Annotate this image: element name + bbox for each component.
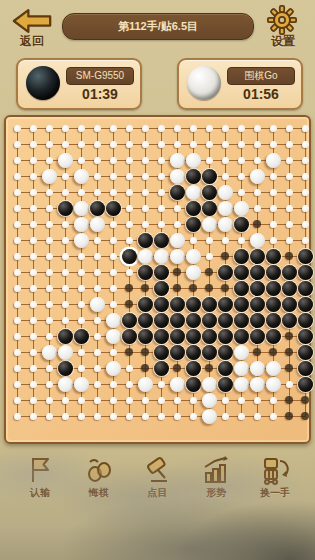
empty-point-black-bead[interactable]: [285, 412, 293, 420]
empty-point-black-bead[interactable]: [141, 348, 149, 356]
analysis-button[interactable]: 形势: [188, 455, 244, 505]
white-stone[interactable]: [42, 345, 57, 360]
empty-point-black-bead[interactable]: [285, 252, 293, 260]
empty-point-white-bead[interactable]: [142, 205, 149, 212]
empty-point-white-bead[interactable]: [94, 285, 101, 292]
black-stone[interactable]: [170, 329, 185, 344]
empty-point-white-bead[interactable]: [126, 205, 133, 212]
empty-point-white-bead[interactable]: [14, 205, 21, 212]
empty-point-white-bead[interactable]: [46, 253, 53, 260]
black-stone[interactable]: [234, 217, 249, 232]
empty-point-black-bead[interactable]: [141, 284, 149, 292]
empty-point-white-bead[interactable]: [254, 397, 261, 404]
black-stone[interactable]: [298, 297, 313, 312]
empty-point-black-bead[interactable]: [285, 396, 293, 404]
empty-point-white-bead[interactable]: [78, 253, 85, 260]
empty-point-white-bead[interactable]: [206, 125, 213, 132]
go-board[interactable]: [4, 115, 311, 444]
white-stone[interactable]: [90, 217, 105, 232]
empty-point-white-bead[interactable]: [206, 237, 213, 244]
empty-point-white-bead[interactable]: [110, 157, 117, 164]
empty-point-white-bead[interactable]: [286, 173, 293, 180]
empty-point-black-bead[interactable]: [173, 268, 181, 276]
empty-point-white-bead[interactable]: [158, 173, 165, 180]
white-stone[interactable]: [202, 393, 217, 408]
white-stone[interactable]: [138, 377, 153, 392]
empty-point-white-bead[interactable]: [286, 141, 293, 148]
empty-point-white-bead[interactable]: [254, 125, 261, 132]
black-stone[interactable]: [58, 361, 73, 376]
empty-point-white-bead[interactable]: [94, 349, 101, 356]
empty-point-white-bead[interactable]: [14, 317, 21, 324]
empty-point-white-bead[interactable]: [94, 173, 101, 180]
empty-point-white-bead[interactable]: [238, 157, 245, 164]
black-stone[interactable]: [154, 265, 169, 280]
black-stone[interactable]: [250, 281, 265, 296]
empty-point-black-bead[interactable]: [173, 284, 181, 292]
black-stone[interactable]: [202, 345, 217, 360]
empty-point-white-bead[interactable]: [46, 141, 53, 148]
white-stone[interactable]: [266, 377, 281, 392]
black-stone[interactable]: [186, 217, 201, 232]
empty-point-white-bead[interactable]: [286, 221, 293, 228]
empty-point-black-bead[interactable]: [205, 364, 213, 372]
black-stone[interactable]: [234, 249, 249, 264]
empty-point-white-bead[interactable]: [158, 189, 165, 196]
empty-point-white-bead[interactable]: [78, 317, 85, 324]
empty-point-black-bead[interactable]: [221, 284, 229, 292]
empty-point-white-bead[interactable]: [222, 397, 229, 404]
empty-point-white-bead[interactable]: [270, 397, 277, 404]
black-stone[interactable]: [186, 297, 201, 312]
empty-point-white-bead[interactable]: [158, 397, 165, 404]
black-stone[interactable]: [282, 265, 297, 280]
empty-point-white-bead[interactable]: [302, 189, 309, 196]
empty-point-white-bead[interactable]: [110, 253, 117, 260]
empty-point-white-bead[interactable]: [126, 189, 133, 196]
empty-point-white-bead[interactable]: [110, 381, 117, 388]
empty-point-white-bead[interactable]: [270, 173, 277, 180]
empty-point-white-bead[interactable]: [286, 189, 293, 196]
empty-point-white-bead[interactable]: [254, 157, 261, 164]
empty-point-black-bead[interactable]: [205, 268, 213, 276]
empty-point-white-bead[interactable]: [94, 365, 101, 372]
black-stone[interactable]: [218, 297, 233, 312]
empty-point-white-bead[interactable]: [30, 269, 37, 276]
white-stone[interactable]: [186, 153, 201, 168]
white-stone[interactable]: [170, 233, 185, 248]
empty-point-white-bead[interactable]: [46, 365, 53, 372]
empty-point-white-bead[interactable]: [126, 221, 133, 228]
white-stone[interactable]: [250, 361, 265, 376]
white-stone[interactable]: [250, 377, 265, 392]
empty-point-white-bead[interactable]: [238, 397, 245, 404]
white-stone[interactable]: [58, 377, 73, 392]
empty-point-white-bead[interactable]: [238, 189, 245, 196]
white-stone[interactable]: [74, 201, 89, 216]
white-stone[interactable]: [106, 361, 121, 376]
black-stone[interactable]: [250, 265, 265, 280]
empty-point-white-bead[interactable]: [14, 413, 21, 420]
black-stone[interactable]: [186, 169, 201, 184]
empty-point-white-bead[interactable]: [78, 189, 85, 196]
empty-point-white-bead[interactable]: [302, 125, 309, 132]
undo-button[interactable]: 悔棋: [71, 455, 127, 505]
black-stone[interactable]: [266, 281, 281, 296]
empty-point-white-bead[interactable]: [78, 125, 85, 132]
empty-point-white-bead[interactable]: [142, 221, 149, 228]
empty-point-white-bead[interactable]: [174, 221, 181, 228]
empty-point-white-bead[interactable]: [62, 397, 69, 404]
empty-point-white-bead[interactable]: [110, 269, 117, 276]
white-stone[interactable]: [90, 297, 105, 312]
resign-button[interactable]: 认输: [12, 455, 68, 505]
empty-point-white-bead[interactable]: [254, 413, 261, 420]
white-stone[interactable]: [58, 345, 73, 360]
white-stone[interactable]: [74, 233, 89, 248]
empty-point-white-bead[interactable]: [302, 205, 309, 212]
black-stone[interactable]: [154, 313, 169, 328]
empty-point-white-bead[interactable]: [158, 413, 165, 420]
empty-point-white-bead[interactable]: [238, 237, 245, 244]
empty-point-white-bead[interactable]: [62, 285, 69, 292]
empty-point-black-bead[interactable]: [253, 348, 261, 356]
black-stone[interactable]: [234, 265, 249, 280]
empty-point-white-bead[interactable]: [110, 413, 117, 420]
empty-point-white-bead[interactable]: [78, 285, 85, 292]
white-stone[interactable]: [154, 249, 169, 264]
empty-point-white-bead[interactable]: [94, 317, 101, 324]
empty-point-white-bead[interactable]: [46, 269, 53, 276]
empty-point-white-bead[interactable]: [126, 413, 133, 420]
empty-point-white-bead[interactable]: [94, 381, 101, 388]
empty-point-white-bead[interactable]: [14, 221, 21, 228]
empty-point-white-bead[interactable]: [190, 125, 197, 132]
empty-point-white-bead[interactable]: [158, 221, 165, 228]
empty-point-white-bead[interactable]: [286, 205, 293, 212]
empty-point-white-bead[interactable]: [78, 157, 85, 164]
black-stone[interactable]: [138, 297, 153, 312]
empty-point-white-bead[interactable]: [30, 285, 37, 292]
empty-point-white-bead[interactable]: [46, 301, 53, 308]
black-stone[interactable]: [186, 361, 201, 376]
empty-point-white-bead[interactable]: [30, 365, 37, 372]
black-stone[interactable]: [250, 329, 265, 344]
empty-point-white-bead[interactable]: [270, 125, 277, 132]
black-stone[interactable]: [202, 201, 217, 216]
black-stone-marked[interactable]: [122, 249, 137, 264]
black-stone[interactable]: [234, 313, 249, 328]
empty-point-white-bead[interactable]: [110, 173, 117, 180]
empty-point-white-bead[interactable]: [94, 333, 101, 340]
white-stone[interactable]: [266, 153, 281, 168]
empty-point-white-bead[interactable]: [78, 349, 85, 356]
empty-point-white-bead[interactable]: [158, 157, 165, 164]
empty-point-white-bead[interactable]: [14, 141, 21, 148]
black-stone[interactable]: [234, 329, 249, 344]
empty-point-white-bead[interactable]: [126, 141, 133, 148]
ai-move-button[interactable]: 换一手: [247, 455, 303, 505]
white-stone[interactable]: [202, 217, 217, 232]
empty-point-white-bead[interactable]: [110, 189, 117, 196]
black-stone[interactable]: [154, 361, 169, 376]
empty-point-white-bead[interactable]: [94, 157, 101, 164]
empty-point-white-bead[interactable]: [62, 141, 69, 148]
empty-point-white-bead[interactable]: [238, 125, 245, 132]
white-stone[interactable]: [186, 265, 201, 280]
empty-point-white-bead[interactable]: [286, 157, 293, 164]
white-stone[interactable]: [170, 153, 185, 168]
empty-point-white-bead[interactable]: [94, 269, 101, 276]
empty-point-white-bead[interactable]: [14, 397, 21, 404]
white-stone[interactable]: [106, 313, 121, 328]
empty-point-white-bead[interactable]: [158, 381, 165, 388]
white-stone[interactable]: [218, 201, 233, 216]
empty-point-white-bead[interactable]: [62, 413, 69, 420]
white-stone[interactable]: [74, 217, 89, 232]
empty-point-black-bead[interactable]: [125, 300, 133, 308]
black-stone[interactable]: [154, 345, 169, 360]
empty-point-black-bead[interactable]: [141, 364, 149, 372]
empty-point-black-bead[interactable]: [189, 284, 197, 292]
black-stone[interactable]: [282, 297, 297, 312]
black-stone[interactable]: [58, 329, 73, 344]
black-stone[interactable]: [170, 297, 185, 312]
white-stone[interactable]: [58, 153, 73, 168]
empty-point-white-bead[interactable]: [30, 205, 37, 212]
empty-point-white-bead[interactable]: [190, 397, 197, 404]
black-stone[interactable]: [154, 297, 169, 312]
black-stone[interactable]: [266, 265, 281, 280]
empty-point-white-bead[interactable]: [46, 285, 53, 292]
empty-point-white-bead[interactable]: [30, 381, 37, 388]
empty-point-white-bead[interactable]: [126, 237, 133, 244]
empty-point-white-bead[interactable]: [302, 141, 309, 148]
black-stone[interactable]: [282, 313, 297, 328]
black-stone[interactable]: [266, 313, 281, 328]
white-stone[interactable]: [202, 377, 217, 392]
empty-point-white-bead[interactable]: [30, 141, 37, 148]
empty-point-white-bead[interactable]: [174, 125, 181, 132]
black-stone[interactable]: [138, 265, 153, 280]
empty-point-white-bead[interactable]: [110, 141, 117, 148]
empty-point-white-bead[interactable]: [62, 253, 69, 260]
empty-point-white-bead[interactable]: [190, 237, 197, 244]
empty-point-white-bead[interactable]: [174, 397, 181, 404]
empty-point-black-bead[interactable]: [125, 348, 133, 356]
black-stone[interactable]: [122, 313, 137, 328]
empty-point-white-bead[interactable]: [62, 301, 69, 308]
empty-point-white-bead[interactable]: [14, 349, 21, 356]
black-stone[interactable]: [282, 281, 297, 296]
black-stone[interactable]: [218, 377, 233, 392]
empty-point-white-bead[interactable]: [30, 317, 37, 324]
white-stone[interactable]: [218, 217, 233, 232]
empty-point-white-bead[interactable]: [78, 269, 85, 276]
black-stone[interactable]: [298, 281, 313, 296]
empty-point-white-bead[interactable]: [286, 381, 293, 388]
empty-point-white-bead[interactable]: [30, 301, 37, 308]
empty-point-white-bead[interactable]: [206, 157, 213, 164]
black-stone[interactable]: [138, 233, 153, 248]
empty-point-black-bead[interactable]: [205, 284, 213, 292]
empty-point-white-bead[interactable]: [158, 125, 165, 132]
empty-point-white-bead[interactable]: [286, 125, 293, 132]
white-stone[interactable]: [218, 185, 233, 200]
empty-point-white-bead[interactable]: [142, 173, 149, 180]
empty-point-white-bead[interactable]: [62, 221, 69, 228]
empty-point-black-bead[interactable]: [285, 364, 293, 372]
empty-point-white-bead[interactable]: [30, 397, 37, 404]
black-stone[interactable]: [186, 345, 201, 360]
black-stone[interactable]: [218, 313, 233, 328]
empty-point-white-bead[interactable]: [14, 269, 21, 276]
white-stone[interactable]: [250, 233, 265, 248]
white-stone[interactable]: [234, 345, 249, 360]
empty-point-white-bead[interactable]: [270, 237, 277, 244]
empty-point-white-bead[interactable]: [30, 413, 37, 420]
empty-point-white-bead[interactable]: [46, 317, 53, 324]
empty-point-white-bead[interactable]: [174, 413, 181, 420]
empty-point-white-bead[interactable]: [30, 349, 37, 356]
empty-point-white-bead[interactable]: [110, 301, 117, 308]
empty-point-white-bead[interactable]: [222, 173, 229, 180]
empty-point-white-bead[interactable]: [94, 413, 101, 420]
black-stone[interactable]: [138, 329, 153, 344]
black-stone[interactable]: [202, 329, 217, 344]
black-stone[interactable]: [170, 345, 185, 360]
empty-point-white-bead[interactable]: [30, 173, 37, 180]
empty-point-white-bead[interactable]: [46, 381, 53, 388]
white-stone[interactable]: [250, 169, 265, 184]
empty-point-white-bead[interactable]: [14, 365, 21, 372]
empty-point-white-bead[interactable]: [270, 189, 277, 196]
black-stone[interactable]: [202, 313, 217, 328]
black-stone[interactable]: [234, 281, 249, 296]
empty-point-white-bead[interactable]: [14, 237, 21, 244]
empty-point-white-bead[interactable]: [94, 237, 101, 244]
empty-point-black-bead[interactable]: [285, 348, 293, 356]
empty-point-white-bead[interactable]: [110, 397, 117, 404]
empty-point-white-bead[interactable]: [222, 157, 229, 164]
empty-point-black-bead[interactable]: [269, 348, 277, 356]
black-stone[interactable]: [202, 185, 217, 200]
empty-point-white-bead[interactable]: [62, 237, 69, 244]
empty-point-white-bead[interactable]: [174, 205, 181, 212]
empty-point-white-bead[interactable]: [110, 349, 117, 356]
black-stone[interactable]: [170, 313, 185, 328]
empty-point-white-bead[interactable]: [142, 157, 149, 164]
empty-point-white-bead[interactable]: [62, 189, 69, 196]
black-stone[interactable]: [218, 361, 233, 376]
empty-point-white-bead[interactable]: [14, 301, 21, 308]
empty-point-white-bead[interactable]: [14, 189, 21, 196]
empty-point-white-bead[interactable]: [270, 205, 277, 212]
black-stone[interactable]: [186, 313, 201, 328]
black-stone[interactable]: [90, 201, 105, 216]
empty-point-white-bead[interactable]: [126, 157, 133, 164]
empty-point-white-bead[interactable]: [238, 173, 245, 180]
black-stone[interactable]: [266, 329, 281, 344]
empty-point-white-bead[interactable]: [46, 157, 53, 164]
empty-point-white-bead[interactable]: [30, 189, 37, 196]
empty-point-white-bead[interactable]: [222, 141, 229, 148]
white-stone[interactable]: [202, 409, 217, 424]
empty-point-white-bead[interactable]: [94, 125, 101, 132]
empty-point-white-bead[interactable]: [190, 141, 197, 148]
empty-point-white-bead[interactable]: [46, 125, 53, 132]
black-stone[interactable]: [298, 361, 313, 376]
empty-point-white-bead[interactable]: [126, 381, 133, 388]
empty-point-white-bead[interactable]: [302, 221, 309, 228]
black-stone[interactable]: [154, 281, 169, 296]
black-stone[interactable]: [138, 313, 153, 328]
white-stone[interactable]: [170, 249, 185, 264]
black-stone[interactable]: [186, 201, 201, 216]
empty-point-white-bead[interactable]: [142, 125, 149, 132]
empty-point-white-bead[interactable]: [286, 237, 293, 244]
empty-point-white-bead[interactable]: [46, 221, 53, 228]
empty-point-white-bead[interactable]: [206, 141, 213, 148]
black-stone[interactable]: [58, 201, 73, 216]
empty-point-white-bead[interactable]: [126, 397, 133, 404]
black-stone[interactable]: [298, 345, 313, 360]
black-stone[interactable]: [218, 329, 233, 344]
empty-point-white-bead[interactable]: [238, 413, 245, 420]
black-stone[interactable]: [154, 329, 169, 344]
white-stone[interactable]: [138, 249, 153, 264]
empty-point-white-bead[interactable]: [142, 397, 149, 404]
empty-point-white-bead[interactable]: [142, 413, 149, 420]
empty-point-white-bead[interactable]: [30, 333, 37, 340]
black-stone[interactable]: [298, 313, 313, 328]
empty-point-white-bead[interactable]: [126, 173, 133, 180]
black-stone[interactable]: [106, 201, 121, 216]
empty-point-white-bead[interactable]: [30, 125, 37, 132]
empty-point-black-bead[interactable]: [285, 332, 293, 340]
black-stone[interactable]: [250, 249, 265, 264]
empty-point-white-bead[interactable]: [46, 413, 53, 420]
black-stone[interactable]: [298, 249, 313, 264]
empty-point-white-bead[interactable]: [14, 333, 21, 340]
white-stone[interactable]: [234, 361, 249, 376]
empty-point-white-bead[interactable]: [30, 157, 37, 164]
empty-point-white-bead[interactable]: [14, 285, 21, 292]
empty-point-white-bead[interactable]: [158, 205, 165, 212]
empty-point-white-bead[interactable]: [110, 221, 117, 228]
empty-point-white-bead[interactable]: [94, 189, 101, 196]
empty-point-white-bead[interactable]: [46, 397, 53, 404]
black-stone[interactable]: [186, 377, 201, 392]
empty-point-white-bead[interactable]: [254, 205, 261, 212]
empty-point-white-bead[interactable]: [206, 253, 213, 260]
empty-point-white-bead[interactable]: [14, 381, 21, 388]
empty-point-white-bead[interactable]: [254, 189, 261, 196]
black-stone[interactable]: [202, 169, 217, 184]
empty-point-white-bead[interactable]: [30, 237, 37, 244]
black-stone[interactable]: [266, 249, 281, 264]
empty-point-white-bead[interactable]: [110, 125, 117, 132]
empty-point-white-bead[interactable]: [110, 237, 117, 244]
white-stone[interactable]: [74, 377, 89, 392]
empty-point-white-bead[interactable]: [110, 285, 117, 292]
empty-point-white-bead[interactable]: [62, 269, 69, 276]
empty-point-white-bead[interactable]: [62, 125, 69, 132]
empty-point-white-bead[interactable]: [46, 189, 53, 196]
black-stone[interactable]: [218, 345, 233, 360]
black-stone[interactable]: [266, 297, 281, 312]
black-stone[interactable]: [170, 185, 185, 200]
